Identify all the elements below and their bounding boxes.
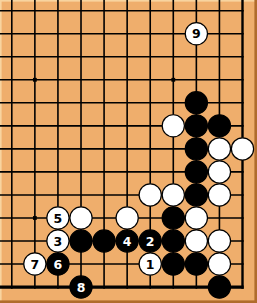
- white-stone: [116, 207, 138, 229]
- bevel-left: [0, 0, 2, 303]
- white-stone: [208, 161, 230, 183]
- bevel-top: [0, 0, 257, 2]
- move-number-label: 5: [54, 211, 63, 226]
- black-stone: [185, 184, 207, 206]
- black-stone: [185, 92, 207, 114]
- black-stone: [208, 115, 230, 137]
- white-stone: [208, 184, 230, 206]
- star-point: [33, 78, 37, 82]
- star-point: [171, 78, 175, 82]
- white-stone: [208, 138, 230, 160]
- go-board-svg: 953427618: [0, 0, 257, 303]
- white-stone: [185, 207, 207, 229]
- white-stone: [208, 253, 230, 275]
- bevel-right: [254, 0, 257, 303]
- move-number-label: 3: [54, 234, 63, 249]
- go-diagram: 953427618: [0, 0, 257, 303]
- black-stone: [185, 161, 207, 183]
- move-number-label: 1: [146, 257, 155, 272]
- move-number-label: 2: [146, 234, 155, 249]
- white-stone: [185, 230, 207, 252]
- white-stone: [162, 184, 184, 206]
- black-stone: [162, 230, 184, 252]
- black-stone: [185, 115, 207, 137]
- black-stone: [70, 230, 92, 252]
- move-number-label: 9: [192, 26, 201, 41]
- white-stone: [139, 184, 161, 206]
- black-stone: [93, 230, 115, 252]
- black-stone: [208, 276, 230, 298]
- move-number-label: 6: [54, 257, 63, 272]
- white-stone: [162, 115, 184, 137]
- black-stone: [162, 207, 184, 229]
- move-number-label: 7: [31, 257, 40, 272]
- black-stone: [185, 253, 207, 275]
- move-number-label: 4: [123, 234, 132, 249]
- star-point: [33, 216, 37, 220]
- white-stone: [231, 138, 253, 160]
- black-stone: [162, 253, 184, 275]
- white-stone: [70, 207, 92, 229]
- black-stone: [185, 138, 207, 160]
- move-number-label: 8: [77, 280, 86, 295]
- white-stone: [208, 230, 230, 252]
